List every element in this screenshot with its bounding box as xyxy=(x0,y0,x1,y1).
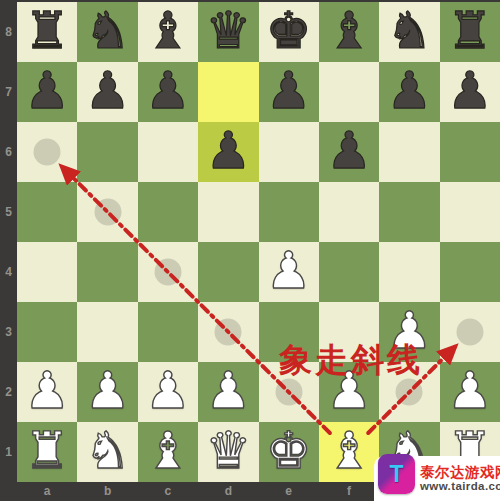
square-b4[interactable] xyxy=(77,242,137,302)
square-f5[interactable] xyxy=(319,182,379,242)
rank-label-5: 5 xyxy=(0,205,17,219)
square-g3[interactable]: ♟ xyxy=(379,302,439,362)
watermark-logo-icon: T xyxy=(378,454,415,494)
square-h7[interactable]: ♟ xyxy=(440,62,500,122)
square-g2[interactable] xyxy=(379,362,439,422)
black-king[interactable]: ♚ xyxy=(266,5,312,56)
file-label-e: e xyxy=(279,484,299,498)
chess-board-screenshot: ♜♞♝♛♚♝♞♜♟♟♟♟♟♟♟♟♟♟♟♟♟♟♟♟♜♞♝♛♚♝♞♜ 8765432… xyxy=(0,0,500,501)
square-f1[interactable]: ♝ xyxy=(319,422,379,482)
move-hint-dot[interactable] xyxy=(94,199,121,226)
square-g7[interactable]: ♟ xyxy=(379,62,439,122)
square-f6[interactable]: ♟ xyxy=(319,122,379,182)
white-pawn[interactable]: ♟ xyxy=(24,365,70,416)
file-label-a: a xyxy=(37,484,57,498)
square-c5[interactable] xyxy=(138,182,198,242)
square-f8[interactable]: ♝ xyxy=(319,2,379,62)
square-h5[interactable] xyxy=(440,182,500,242)
rank-label-6: 6 xyxy=(0,145,17,159)
white-queen[interactable]: ♛ xyxy=(205,425,251,476)
square-g6[interactable] xyxy=(379,122,439,182)
square-b6[interactable] xyxy=(77,122,137,182)
square-d4[interactable] xyxy=(198,242,258,302)
square-a4[interactable] xyxy=(17,242,77,302)
black-pawn[interactable]: ♟ xyxy=(447,65,493,116)
square-a8[interactable]: ♜ xyxy=(17,2,77,62)
square-b8[interactable]: ♞ xyxy=(77,2,137,62)
rank-label-3: 3 xyxy=(0,325,17,339)
square-b1[interactable]: ♞ xyxy=(77,422,137,482)
square-d1[interactable]: ♛ xyxy=(198,422,258,482)
square-c1[interactable]: ♝ xyxy=(138,422,198,482)
square-a2[interactable]: ♟ xyxy=(17,362,77,422)
square-e6[interactable] xyxy=(259,122,319,182)
move-hint-dot[interactable] xyxy=(154,259,181,286)
white-pawn[interactable]: ♟ xyxy=(447,365,493,416)
square-b5[interactable] xyxy=(77,182,137,242)
square-c8[interactable]: ♝ xyxy=(138,2,198,62)
square-e1[interactable]: ♚ xyxy=(259,422,319,482)
square-d8[interactable]: ♛ xyxy=(198,2,258,62)
square-g5[interactable] xyxy=(379,182,439,242)
white-bishop[interactable]: ♝ xyxy=(145,425,191,476)
white-bishop[interactable]: ♝ xyxy=(326,425,372,476)
square-a3[interactable] xyxy=(17,302,77,362)
file-label-c: c xyxy=(158,484,178,498)
move-hint-dot[interactable] xyxy=(275,379,302,406)
black-pawn[interactable]: ♟ xyxy=(85,65,131,116)
square-c3[interactable] xyxy=(138,302,198,362)
square-d6[interactable]: ♟ xyxy=(198,122,258,182)
black-bishop[interactable]: ♝ xyxy=(145,5,191,56)
black-bishop[interactable]: ♝ xyxy=(326,5,372,56)
square-e5[interactable] xyxy=(259,182,319,242)
square-h3[interactable] xyxy=(440,302,500,362)
black-queen[interactable]: ♛ xyxy=(205,5,251,56)
black-pawn[interactable]: ♟ xyxy=(387,65,433,116)
black-pawn[interactable]: ♟ xyxy=(145,65,191,116)
black-rook[interactable]: ♜ xyxy=(447,5,493,56)
square-f4[interactable] xyxy=(319,242,379,302)
rank-label-4: 4 xyxy=(0,265,17,279)
square-f7[interactable] xyxy=(319,62,379,122)
rank-label-1: 1 xyxy=(0,445,17,459)
file-label-f: f xyxy=(339,484,359,498)
rank-label-7: 7 xyxy=(0,85,17,99)
square-e4[interactable]: ♟ xyxy=(259,242,319,302)
square-b2[interactable]: ♟ xyxy=(77,362,137,422)
square-b7[interactable]: ♟ xyxy=(77,62,137,122)
square-h4[interactable] xyxy=(440,242,500,302)
watermark: T 泰尔达游戏网 www.tairda.com xyxy=(374,456,500,501)
square-c7[interactable]: ♟ xyxy=(138,62,198,122)
white-pawn[interactable]: ♟ xyxy=(85,365,131,416)
square-d7[interactable] xyxy=(198,62,258,122)
square-a5[interactable] xyxy=(17,182,77,242)
white-pawn[interactable]: ♟ xyxy=(387,305,433,356)
watermark-url: www.tairda.com xyxy=(420,480,500,493)
square-d5[interactable] xyxy=(198,182,258,242)
square-d2[interactable]: ♟ xyxy=(198,362,258,422)
chess-board: ♜♞♝♛♚♝♞♜♟♟♟♟♟♟♟♟♟♟♟♟♟♟♟♟♜♞♝♛♚♝♞♜ xyxy=(17,2,500,482)
square-c2[interactable]: ♟ xyxy=(138,362,198,422)
white-knight[interactable]: ♞ xyxy=(85,425,131,476)
square-e3[interactable] xyxy=(259,302,319,362)
white-rook[interactable]: ♜ xyxy=(24,425,70,476)
white-pawn[interactable]: ♟ xyxy=(145,365,191,416)
square-a7[interactable]: ♟ xyxy=(17,62,77,122)
file-label-b: b xyxy=(98,484,118,498)
black-pawn[interactable]: ♟ xyxy=(326,125,372,176)
square-c4[interactable] xyxy=(138,242,198,302)
square-e7[interactable]: ♟ xyxy=(259,62,319,122)
file-label-d: d xyxy=(218,484,238,498)
black-rook[interactable]: ♜ xyxy=(24,5,70,56)
square-b3[interactable] xyxy=(77,302,137,362)
square-g4[interactable] xyxy=(379,242,439,302)
black-pawn[interactable]: ♟ xyxy=(205,125,251,176)
black-knight[interactable]: ♞ xyxy=(85,5,131,56)
black-pawn[interactable]: ♟ xyxy=(266,65,312,116)
black-knight[interactable]: ♞ xyxy=(387,5,433,56)
square-g8[interactable]: ♞ xyxy=(379,2,439,62)
watermark-site-name: 泰尔达游戏网 xyxy=(420,464,500,481)
square-d3[interactable] xyxy=(198,302,258,362)
square-e2[interactable] xyxy=(259,362,319,422)
watermark-logo-letter: T xyxy=(389,461,403,488)
square-f3[interactable] xyxy=(319,302,379,362)
white-pawn[interactable]: ♟ xyxy=(205,365,251,416)
white-pawn[interactable]: ♟ xyxy=(326,365,372,416)
square-e8[interactable]: ♚ xyxy=(259,2,319,62)
rank-label-2: 2 xyxy=(0,385,17,399)
white-king[interactable]: ♚ xyxy=(266,425,312,476)
white-pawn[interactable]: ♟ xyxy=(266,245,312,296)
square-f2[interactable]: ♟ xyxy=(319,362,379,422)
move-hint-dot[interactable] xyxy=(396,379,423,406)
square-a1[interactable]: ♜ xyxy=(17,422,77,482)
black-pawn[interactable]: ♟ xyxy=(24,65,70,116)
square-c6[interactable] xyxy=(138,122,198,182)
rank-label-8: 8 xyxy=(0,25,17,39)
square-a6[interactable] xyxy=(17,122,77,182)
square-h8[interactable]: ♜ xyxy=(440,2,500,62)
move-hint-dot[interactable] xyxy=(34,139,61,166)
move-hint-dot[interactable] xyxy=(215,319,242,346)
square-h6[interactable] xyxy=(440,122,500,182)
square-h2[interactable]: ♟ xyxy=(440,362,500,422)
move-hint-dot[interactable] xyxy=(456,319,483,346)
